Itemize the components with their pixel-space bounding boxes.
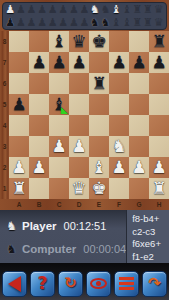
black-pawn[interactable]: ♟ <box>151 52 166 73</box>
back-triangle-icon <box>8 276 21 292</box>
white-rook[interactable]: ♜ <box>151 178 166 199</box>
white-rook[interactable]: ♜ <box>11 178 26 199</box>
redo-button[interactable]: ↻ <box>58 271 83 297</box>
captured-row-white: ♟♟♟♟♟♟♟♟♞♞♝♝♜♜♛ <box>3 3 166 16</box>
square-d3[interactable]: ♟ <box>69 136 89 157</box>
square-a3[interactable] <box>9 136 29 157</box>
menu-button[interactable] <box>114 271 139 297</box>
white-pawn[interactable]: ♟ <box>111 157 126 178</box>
show-move-button[interactable] <box>86 271 111 297</box>
captured-knight: ♞ <box>100 16 111 29</box>
file-label-b: B <box>29 199 49 210</box>
square-b2[interactable]: ♟ <box>29 157 49 178</box>
captured-row-black: ♟♟♟♟♟♟♟♟♞♞♝♝♜♜♛ <box>3 16 166 29</box>
black-pawn[interactable]: ♟ <box>71 52 86 73</box>
rank-labels: 87654321 <box>0 31 9 199</box>
eye-icon <box>90 278 107 289</box>
tray-slot-rook: ♜ <box>143 16 154 29</box>
tray-slot-bishop: ♝ <box>111 16 122 29</box>
file-label-c: C <box>49 199 69 210</box>
question-mark-icon: ? <box>38 275 48 292</box>
tray-slot-pawn: ♟ <box>47 3 58 16</box>
square-h6[interactable] <box>149 73 169 94</box>
rank-label-1: 1 <box>0 178 9 199</box>
tray-slot-pawn: ♟ <box>16 3 27 16</box>
square-d2[interactable] <box>69 157 89 178</box>
square-g8[interactable] <box>129 31 149 52</box>
tray-slot-pawn: ♟ <box>47 16 58 29</box>
square-c3[interactable]: ♟ <box>49 136 69 157</box>
captured-pawn: ♟ <box>5 16 16 29</box>
square-e6[interactable]: ♜ <box>89 73 109 94</box>
square-e2[interactable]: ♝ <box>89 157 109 178</box>
white-pawn[interactable]: ♟ <box>31 157 46 178</box>
square-g4[interactable] <box>129 115 149 136</box>
square-g3[interactable] <box>129 136 149 157</box>
white-knight-icon: ♞ <box>6 219 19 233</box>
white-knight[interactable]: ♞ <box>111 136 126 157</box>
square-e7[interactable] <box>89 52 109 73</box>
captured-pawn: ♟ <box>5 3 16 16</box>
board-section: 87654321 ♝♛♚♜♟♟♟♟♟♟♜♟♝◣♟♟♞♟♟♝♟♟♟♜♛♚♜ <box>0 31 169 199</box>
move-item: f8-b4+ <box>132 213 169 226</box>
square-e3[interactable] <box>89 136 109 157</box>
black-queen[interactable]: ♛ <box>71 31 86 52</box>
square-h1[interactable]: ♜ <box>149 178 169 199</box>
square-e8[interactable]: ♚ <box>89 31 109 52</box>
black-pawn[interactable]: ♟ <box>51 52 66 73</box>
player-row-black: ♞ Computer 00:00:04 <box>6 241 126 257</box>
square-a1[interactable]: ♜ <box>9 178 29 199</box>
square-a5[interactable]: ♟ <box>9 94 29 115</box>
rank-label-8: 8 <box>0 31 9 52</box>
black-knight-icon: ♞ <box>6 242 19 256</box>
square-b4[interactable] <box>29 115 49 136</box>
tray-slot-pawn: ♟ <box>37 3 48 16</box>
square-f6[interactable] <box>109 73 129 94</box>
black-rook[interactable]: ♜ <box>91 73 106 94</box>
file-label-f: F <box>109 199 129 210</box>
captured-knight: ♞ <box>90 3 101 16</box>
square-d8[interactable]: ♛ <box>69 31 89 52</box>
square-g7[interactable]: ♟ <box>129 52 149 73</box>
square-b5[interactable] <box>29 94 49 115</box>
file-label-g: G <box>129 199 149 210</box>
tray-slot-rook: ♜ <box>132 3 143 16</box>
square-g5[interactable] <box>129 94 149 115</box>
white-pawn[interactable]: ♟ <box>51 136 66 157</box>
square-h3[interactable] <box>149 136 169 157</box>
last-move-arrow-icon: ◣ <box>61 106 68 115</box>
square-d1[interactable]: ♛ <box>69 178 89 199</box>
tray-slot-pawn: ♟ <box>26 16 37 29</box>
white-king[interactable]: ♚ <box>91 178 106 199</box>
square-c1[interactable] <box>49 178 69 199</box>
white-pawn[interactable]: ♟ <box>71 136 86 157</box>
white-bishop[interactable]: ♝ <box>91 157 106 178</box>
player-name: Player <box>22 220 57 232</box>
white-queen[interactable]: ♛ <box>71 178 86 199</box>
file-label-a: A <box>9 199 29 210</box>
tray-slot-rook: ♜ <box>143 3 154 16</box>
square-g1[interactable] <box>129 178 149 199</box>
white-pawn[interactable]: ♟ <box>11 157 26 178</box>
tray-slot-pawn: ♟ <box>69 16 80 29</box>
tray-slot-queen: ♛ <box>153 3 164 16</box>
rank-label-4: 4 <box>0 115 9 136</box>
square-a4[interactable] <box>9 115 29 136</box>
square-c4[interactable] <box>49 115 69 136</box>
file-labels: ABCDEFGH <box>0 199 169 210</box>
square-b7[interactable]: ♟ <box>29 52 49 73</box>
square-h2[interactable]: ♟ <box>149 157 169 178</box>
square-b8[interactable] <box>29 31 49 52</box>
tray-slot-pawn: ♟ <box>58 16 69 29</box>
tray-slot-pawn: ♟ <box>69 3 80 16</box>
menu-bars-icon <box>119 277 134 290</box>
move-item: f1-e2 <box>132 251 169 264</box>
tray-slot-pawn: ♟ <box>58 3 69 16</box>
tray-slot-pawn: ♟ <box>16 16 27 29</box>
tray-slot-rook: ♜ <box>132 16 143 29</box>
square-g2[interactable]: ♟ <box>129 157 149 178</box>
square-f7[interactable]: ♟ <box>109 52 129 73</box>
square-a6[interactable] <box>9 73 29 94</box>
square-e4[interactable] <box>89 115 109 136</box>
players-panel: ♞ Player 00:12:51 ♞ Computer 00:00:04 <box>0 210 126 263</box>
toolbar: ?↻↷ <box>0 263 169 300</box>
square-e1[interactable]: ♚ <box>89 178 109 199</box>
square-d4[interactable] <box>69 115 89 136</box>
square-b3[interactable] <box>29 136 49 157</box>
black-pawn[interactable]: ♟ <box>111 52 126 73</box>
tray-slot-pawn: ♟ <box>26 3 37 16</box>
square-d5[interactable] <box>69 94 89 115</box>
square-h4[interactable] <box>149 115 169 136</box>
rank-label-2: 2 <box>0 157 9 178</box>
square-d7[interactable]: ♟ <box>69 52 89 73</box>
square-c8[interactable]: ♝ <box>49 31 69 52</box>
undo-button[interactable] <box>2 271 27 297</box>
square-c2[interactable] <box>49 157 69 178</box>
rank-label-6: 6 <box>0 73 9 94</box>
tray-slot-bishop: ♝ <box>122 3 133 16</box>
square-d6[interactable] <box>69 73 89 94</box>
info-panel: ♞ Player 00:12:51 ♞ Computer 00:00:04 f8… <box>0 210 169 263</box>
square-a2[interactable]: ♟ <box>9 157 29 178</box>
tray-slot-pawn: ♟ <box>37 16 48 29</box>
square-f1[interactable] <box>109 178 129 199</box>
captured-bishop: ♝ <box>111 3 122 16</box>
black-bishop[interactable]: ♝ <box>51 31 66 52</box>
computer-name: Computer <box>22 243 76 255</box>
rank-label-3: 3 <box>0 136 9 157</box>
square-f8[interactable] <box>109 31 129 52</box>
square-e5[interactable] <box>89 94 109 115</box>
rank-label-5: 5 <box>0 94 9 115</box>
square-c6[interactable] <box>49 73 69 94</box>
square-c5[interactable]: ♝◣ <box>49 94 69 115</box>
chess-app-screen: ♟♟♟♟♟♟♟♟♞♞♝♝♜♜♛ ♟♟♟♟♟♟♟♟♞♞♝♝♜♜♛ 87654321… <box>0 0 169 300</box>
white-pawn[interactable]: ♟ <box>151 157 166 178</box>
square-g6[interactable] <box>129 73 149 94</box>
board[interactable]: ♝♛♚♜♟♟♟♟♟♟♜♟♝◣♟♟♞♟♟♝♟♟♟♜♛♚♜ <box>9 31 169 199</box>
square-b1[interactable] <box>29 178 49 199</box>
captured-pieces-tray: ♟♟♟♟♟♟♟♟♞♞♝♝♜♜♛ ♟♟♟♟♟♟♟♟♞♞♝♝♜♜♛ <box>2 2 167 30</box>
square-c7[interactable]: ♟ <box>49 52 69 73</box>
tray-slot-knight: ♞ <box>100 3 111 16</box>
captured-knight: ♞ <box>90 16 101 29</box>
square-f3[interactable]: ♞ <box>109 136 129 157</box>
hint-button[interactable]: ? <box>30 271 55 297</box>
square-a7[interactable] <box>9 52 29 73</box>
square-f5[interactable] <box>109 94 129 115</box>
white-pawn[interactable]: ♟ <box>131 157 146 178</box>
file-label-h: H <box>149 199 169 210</box>
player-row-white: ♞ Player 00:12:51 <box>6 218 126 234</box>
move-item: f6xe6+ <box>132 238 169 251</box>
move-item: c2-c3 <box>132 226 169 239</box>
black-pawn[interactable]: ♟ <box>31 52 46 73</box>
black-pawn[interactable]: ♟ <box>11 94 26 115</box>
square-h5[interactable] <box>149 94 169 115</box>
file-label-e: E <box>89 199 109 210</box>
square-b6[interactable] <box>29 73 49 94</box>
tray-slot-bishop: ♝ <box>122 16 133 29</box>
black-rook[interactable]: ♜ <box>151 31 166 52</box>
square-h8[interactable]: ♜ <box>149 31 169 52</box>
tray-slot-pawn: ♟ <box>79 16 90 29</box>
exit-arrow-icon: ↷ <box>148 276 161 291</box>
rank-label-7: 7 <box>0 52 9 73</box>
move-list[interactable]: f8-b4+c2-c3f6xe6+f1-e2b4-c5 <box>126 210 169 263</box>
player-clock: 00:12:51 <box>64 220 107 232</box>
square-f4[interactable] <box>109 115 129 136</box>
square-h7[interactable]: ♟ <box>149 52 169 73</box>
tray-slot-pawn: ♟ <box>79 3 90 16</box>
file-label-d: D <box>69 199 89 210</box>
computer-clock: 00:00:04 <box>83 243 126 255</box>
square-a8[interactable] <box>9 31 29 52</box>
black-king[interactable]: ♚ <box>91 31 106 52</box>
black-pawn[interactable]: ♟ <box>131 52 146 73</box>
exit-button[interactable]: ↷ <box>142 271 167 297</box>
rotate-arrows-icon: ↻ <box>64 276 77 291</box>
tray-slot-queen: ♛ <box>153 16 164 29</box>
square-f2[interactable]: ♟ <box>109 157 129 178</box>
captured-tray-area: ♟♟♟♟♟♟♟♟♞♞♝♝♜♜♛ ♟♟♟♟♟♟♟♟♞♞♝♝♜♜♛ <box>0 0 169 31</box>
